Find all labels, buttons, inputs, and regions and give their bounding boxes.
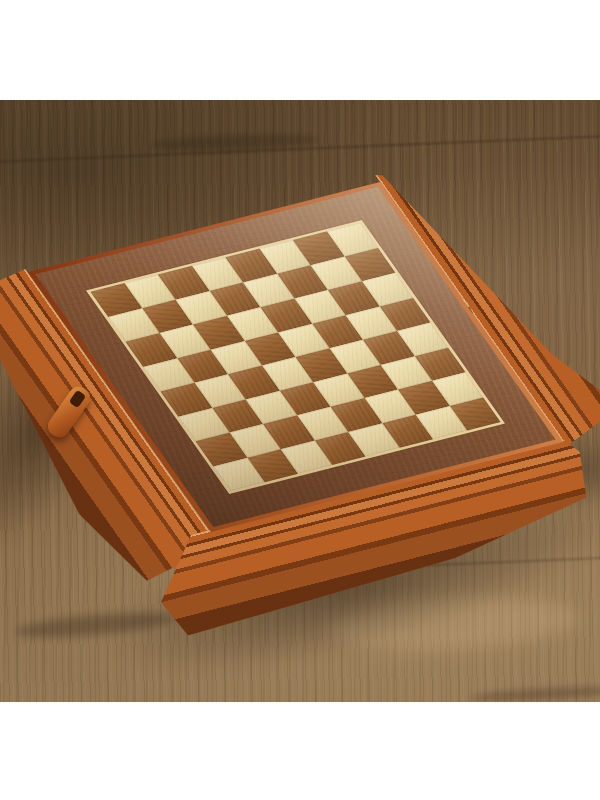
white-band-bottom: [0, 702, 600, 800]
white-band-top: [0, 0, 600, 100]
product-photo-scene: [0, 0, 600, 800]
